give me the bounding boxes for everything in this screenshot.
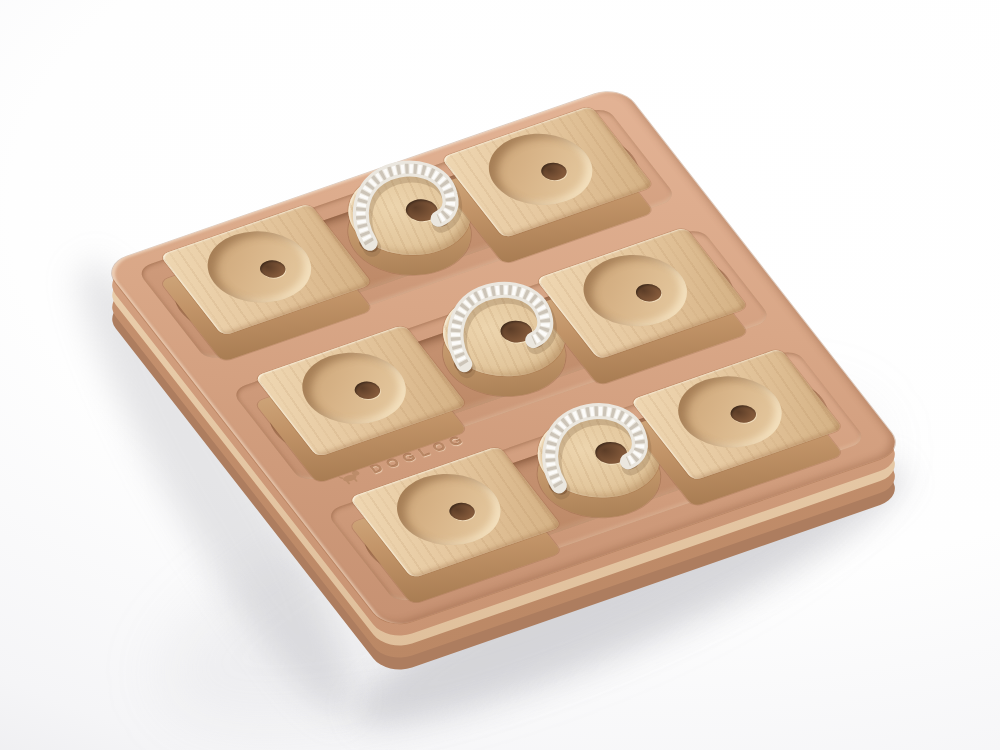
scent-hole: [726, 402, 760, 425]
treat-recess: [379, 462, 520, 557]
scent-hole: [537, 160, 571, 183]
treat-recess: [660, 364, 801, 459]
treat-recess: [284, 341, 425, 436]
scent-hole: [590, 438, 633, 467]
scent-hole: [495, 317, 538, 346]
board-top-surface: DOGLOG: [102, 85, 905, 630]
puzzle-board: DOGLOG: [102, 85, 905, 630]
treat-recess: [470, 122, 611, 217]
scent-hole: [256, 257, 290, 280]
scent-hole: [631, 281, 665, 304]
scent-hole: [400, 196, 443, 225]
treat-recess: [565, 243, 706, 338]
scent-hole: [350, 379, 384, 402]
scent-hole: [445, 500, 479, 523]
product-photo-background: DOGLOG: [0, 0, 1000, 750]
treat-recess: [189, 219, 330, 314]
